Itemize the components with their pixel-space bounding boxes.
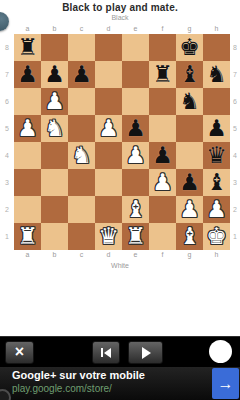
square-a7[interactable]: ♟ [14,61,41,88]
square-d3[interactable] [95,169,122,196]
rank-label: 6 [230,88,240,115]
square-e1[interactable]: ♜ [122,223,149,250]
app: Black to play and mate. Black abcdefgh 8… [0,0,240,400]
piece-black-pawn: ♟ [17,63,38,86]
file-label: g [176,24,203,34]
square-a3[interactable] [14,169,41,196]
piece-white-pawn: ♟ [17,117,38,140]
piece-black-pawn: ♟ [206,117,227,140]
square-h2[interactable]: ♟ [203,196,230,223]
square-b2[interactable] [41,196,68,223]
piece-white-knight: ♞ [71,144,92,167]
board-area: abcdefgh 87654321 ♜♚♟♟♟♜♝♞♟♞♟♞♟♟♟♞♟♟♛♟♟♝… [0,24,240,269]
piece-black-pawn: ♟ [71,63,92,86]
square-f6[interactable] [149,88,176,115]
square-a4[interactable] [14,142,41,169]
file-label: d [95,24,122,34]
square-g1[interactable]: ♝ [176,223,203,250]
rank-label: 3 [230,169,240,196]
square-g8[interactable]: ♚ [176,34,203,61]
file-label: b [41,24,68,34]
square-g6[interactable]: ♞ [176,88,203,115]
square-d2[interactable] [95,196,122,223]
file-label: a [14,250,41,260]
ad-info-icon[interactable] [0,389,11,400]
square-h5[interactable]: ♟ [203,115,230,142]
file-label: a [14,24,41,34]
square-c2[interactable] [68,196,95,223]
piece-black-pawn: ♟ [44,63,65,86]
piece-white-pawn: ♟ [44,90,65,113]
square-e5[interactable]: ♟ [122,115,149,142]
toolbar: × [0,336,240,367]
rank-label: 5 [0,115,14,142]
ad-title: Google+ sur votre mobile [12,369,145,381]
square-b8[interactable] [41,34,68,61]
piece-white-pawn: ♟ [179,198,200,221]
square-d7[interactable] [95,61,122,88]
square-e4[interactable]: ♟ [122,142,149,169]
file-label: e [122,250,149,260]
square-b5[interactable]: ♞ [41,115,68,142]
file-label: f [149,24,176,34]
square-f3[interactable]: ♟ [149,169,176,196]
piece-white-knight: ♞ [44,117,65,140]
close-icon: × [15,344,24,360]
piece-white-pawn: ♟ [206,198,227,221]
ad-url: play.google.com/store/ [12,383,112,394]
piece-black-rook: ♜ [17,36,38,59]
skip-back-button[interactable] [92,341,120,364]
square-f4[interactable]: ♟ [149,142,176,169]
piece-white-pawn: ♟ [152,171,173,194]
square-g2[interactable]: ♟ [176,196,203,223]
puzzle-title: Black to play and mate. [0,2,240,13]
square-d6[interactable] [95,88,122,115]
skip-back-icon [101,348,103,357]
piece-white-pawn: ♟ [98,117,119,140]
square-d5[interactable]: ♟ [95,115,122,142]
square-e6[interactable] [122,88,149,115]
square-b4[interactable] [41,142,68,169]
square-b1[interactable] [41,223,68,250]
square-f5[interactable] [149,115,176,142]
piece-white-bishop: ♝ [125,198,146,221]
rank-label: 6 [0,88,14,115]
piece-black-king: ♚ [179,36,200,59]
square-g5[interactable] [176,115,203,142]
side-to-move-label: Black [0,14,240,21]
rank-label: 1 [230,223,240,250]
file-label: g [176,250,203,260]
file-labels-top: abcdefgh [14,24,240,34]
square-e8[interactable] [122,34,149,61]
square-e3[interactable] [122,169,149,196]
square-h8[interactable] [203,34,230,61]
square-e7[interactable] [122,61,149,88]
piece-black-pawn: ♟ [152,144,173,167]
file-label: b [41,250,68,260]
square-d4[interactable] [95,142,122,169]
square-c4[interactable]: ♞ [68,142,95,169]
square-d1[interactable]: ♛ [95,223,122,250]
square-d8[interactable] [95,34,122,61]
piece-black-pawn: ♟ [125,117,146,140]
header: Black to play and mate. Black [0,0,240,21]
rank-label: 4 [0,142,14,169]
file-labels-bottom: abcdefgh [14,250,240,260]
file-label: h [203,250,230,260]
square-h3[interactable]: ♝ [203,169,230,196]
rank-label: 1 [0,223,14,250]
piece-black-bishop: ♝ [206,171,227,194]
square-a8[interactable]: ♜ [14,34,41,61]
piece-white-rook: ♜ [125,225,146,248]
rank-label: 2 [230,196,240,223]
square-a2[interactable] [14,196,41,223]
piece-black-rook: ♜ [152,63,173,86]
rank-label: 7 [0,61,14,88]
square-h7[interactable]: ♞ [203,61,230,88]
square-c1[interactable] [68,223,95,250]
rank-label: 4 [230,142,240,169]
square-g3[interactable]: ♟ [176,169,203,196]
file-label: d [95,250,122,260]
white-side-label: White [0,262,240,269]
piece-black-knight: ♞ [206,63,227,86]
square-f8[interactable] [149,34,176,61]
file-label: c [68,24,95,34]
piece-white-pawn: ♟ [125,144,146,167]
piece-white-queen: ♛ [98,225,119,248]
rank-label: 8 [230,34,240,61]
rank-label: 3 [0,169,14,196]
ad-banner[interactable]: Google+ sur votre mobile play.google.com… [0,367,240,400]
file-label: h [203,24,230,34]
rank-label: 8 [0,34,14,61]
piece-black-bishop: ♝ [179,63,200,86]
play-button[interactable] [128,341,163,364]
rank-labels-right: 87654321 [230,34,240,250]
square-g7[interactable]: ♝ [176,61,203,88]
file-label: c [68,250,95,260]
square-g4[interactable] [176,142,203,169]
piece-black-knight: ♞ [179,90,200,113]
square-c5[interactable] [68,115,95,142]
rank-label: 7 [230,61,240,88]
piece-white-rook: ♜ [17,225,38,248]
square-c7[interactable]: ♟ [68,61,95,88]
square-c3[interactable] [68,169,95,196]
file-label: e [122,24,149,34]
play-icon [142,347,151,359]
square-c8[interactable] [68,34,95,61]
square-h4[interactable]: ♛ [203,142,230,169]
piece-white-bishop: ♝ [179,225,200,248]
rank-labels-left: 87654321 [0,34,14,250]
square-a1[interactable]: ♜ [14,223,41,250]
square-h1[interactable]: ♚ [203,223,230,250]
rank-label: 2 [0,196,14,223]
square-a6[interactable] [14,88,41,115]
chess-board: ♜♚♟♟♟♜♝♞♟♞♟♞♟♟♟♞♟♟♛♟♟♝♝♟♟♜♛♜♝♚ [14,34,230,250]
square-b3[interactable] [41,169,68,196]
square-c6[interactable] [68,88,95,115]
piece-white-king: ♚ [206,225,227,248]
close-button[interactable]: × [5,341,34,364]
piece-black-queen: ♛ [206,144,227,167]
piece-black-pawn: ♟ [179,171,200,194]
square-f2[interactable] [149,196,176,223]
square-h6[interactable] [203,88,230,115]
square-b6[interactable]: ♟ [41,88,68,115]
square-f1[interactable] [149,223,176,250]
square-a5[interactable]: ♟ [14,115,41,142]
record-button[interactable] [209,340,232,363]
rank-label: 5 [230,115,240,142]
file-label: f [149,250,176,260]
arrow-right-icon: → [218,376,234,392]
square-f7[interactable]: ♜ [149,61,176,88]
square-b7[interactable]: ♟ [41,61,68,88]
square-e2[interactable]: ♝ [122,196,149,223]
ad-cta-button[interactable]: → [212,368,239,399]
